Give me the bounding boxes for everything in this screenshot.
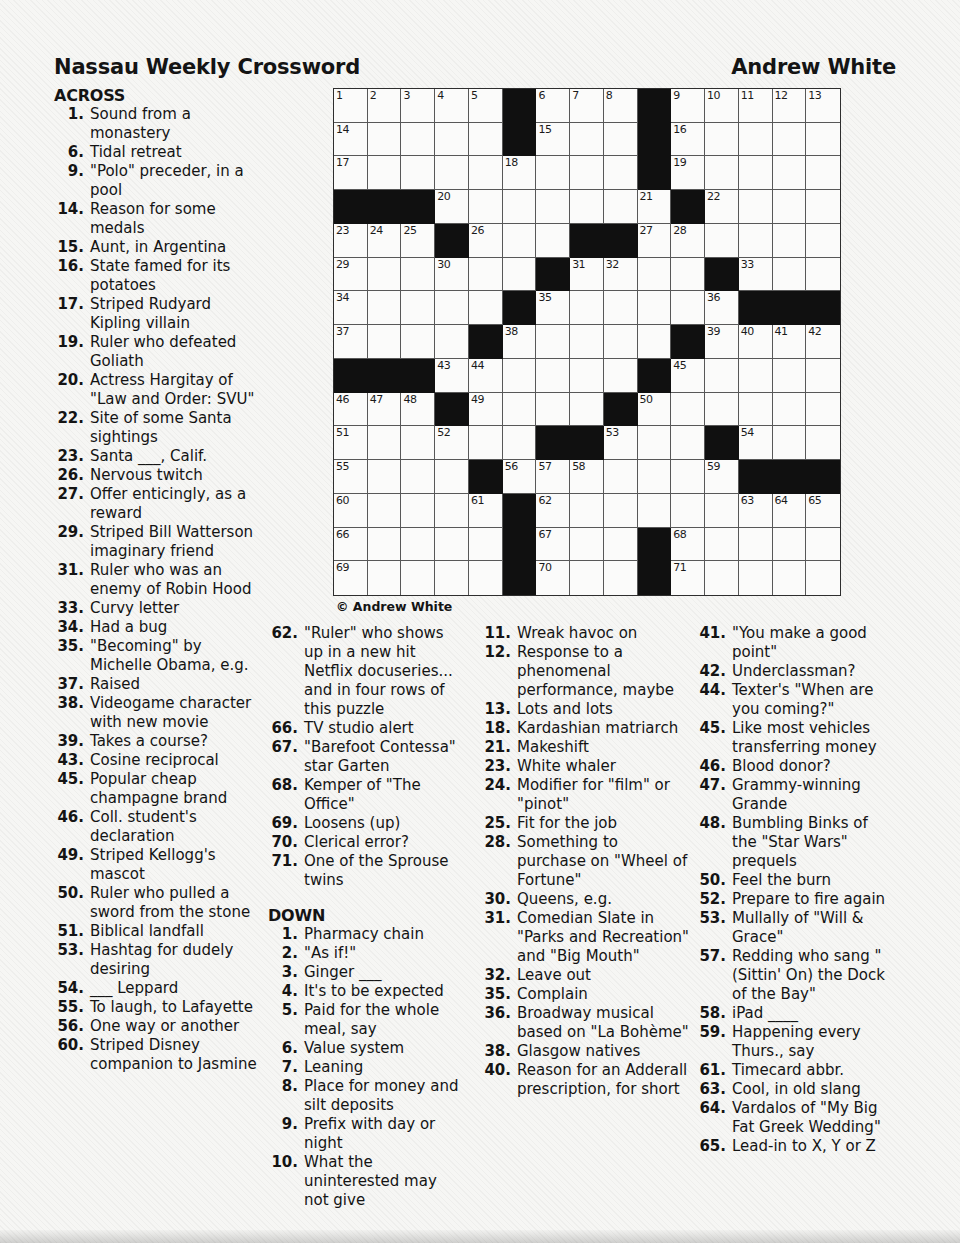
cell-number: 65 (808, 495, 821, 506)
grid-cell[interactable]: 69 (334, 561, 368, 595)
grid-cell[interactable] (739, 393, 773, 427)
grid-cell[interactable]: 52 (435, 426, 469, 460)
cell-number: 50 (640, 394, 653, 405)
clue-number: 38. (54, 694, 84, 732)
black-cell (705, 426, 739, 460)
grid-cell[interactable]: 35 (536, 291, 570, 325)
grid-cell[interactable] (806, 393, 840, 427)
grid-cell[interactable] (536, 393, 570, 427)
grid-cell[interactable]: 54 (739, 426, 773, 460)
black-cell (435, 393, 469, 427)
grid-cell[interactable]: 56 (503, 460, 537, 494)
cell-number: 47 (370, 394, 383, 405)
grid-cell[interactable]: 20 (435, 190, 469, 224)
grid-cell[interactable]: 24 (368, 224, 402, 258)
clue-number: 53. (696, 909, 726, 947)
clue-11: 11.Wreak havoc on (481, 624, 691, 643)
clue-text: Modifier for "film" or "pinot" (517, 776, 691, 814)
grid-cell[interactable] (739, 528, 773, 562)
grid-cell[interactable]: 45 (671, 359, 705, 393)
grid-cell[interactable] (671, 291, 705, 325)
clue-column-across: ACROSS 1.Sound from a monastery6.Tidal r… (54, 87, 262, 1074)
grid-cell[interactable] (570, 528, 604, 562)
clue-number: 36. (481, 1004, 511, 1042)
grid-cell[interactable] (739, 156, 773, 190)
cell-number: 4 (437, 90, 444, 101)
clue-text: Pharmacy chain (304, 925, 464, 944)
black-cell (435, 224, 469, 258)
grid-cell[interactable] (435, 460, 469, 494)
clue-text: Redding who sang "(Sittin' On) the Dock … (732, 947, 894, 1004)
grid-cell[interactable] (604, 190, 638, 224)
grid-cell[interactable]: 57 (536, 460, 570, 494)
grid-cell[interactable]: 13 (806, 89, 840, 123)
grid-cell[interactable] (638, 258, 672, 292)
grid-cell[interactable] (536, 190, 570, 224)
grid-cell[interactable] (806, 258, 840, 292)
grid-cell[interactable] (773, 528, 807, 562)
clue-number: 29. (54, 523, 84, 561)
grid-cell[interactable]: 11 (739, 89, 773, 123)
grid-cell[interactable] (638, 426, 672, 460)
cell-number: 13 (808, 90, 821, 101)
grid-cell[interactable] (368, 426, 402, 460)
clue-text: Texter's "When are you coming?" (732, 681, 894, 719)
clue-text: One of the Sprouse twins (304, 852, 464, 890)
grid-cell[interactable] (401, 258, 435, 292)
grid-cell[interactable] (401, 494, 435, 528)
clue-number: 6. (268, 1039, 298, 1058)
grid-cell[interactable] (401, 325, 435, 359)
grid-cell[interactable]: 31 (570, 258, 604, 292)
grid-cell[interactable] (469, 561, 503, 595)
grid-cell[interactable] (604, 291, 638, 325)
grid-cell[interactable] (503, 190, 537, 224)
grid-cell[interactable] (705, 561, 739, 595)
clue-57: 57.Redding who sang "(Sittin' On) the Do… (696, 947, 894, 1004)
clue-38: 38.Videogame character with new movie (54, 694, 262, 732)
grid-cell[interactable] (773, 224, 807, 258)
clue-number: 9. (268, 1115, 298, 1153)
grid-cell[interactable]: 9 (671, 89, 705, 123)
grid-cell[interactable]: 28 (671, 224, 705, 258)
grid-cell[interactable]: 39 (705, 325, 739, 359)
grid-cell[interactable] (570, 123, 604, 157)
grid-cell[interactable] (401, 528, 435, 562)
grid-cell[interactable] (806, 224, 840, 258)
grid-cell[interactable] (604, 494, 638, 528)
grid-cell[interactable] (469, 426, 503, 460)
clue-text: Clerical error? (304, 833, 464, 852)
grid-cell[interactable] (401, 561, 435, 595)
grid-cell[interactable] (773, 123, 807, 157)
grid-cell[interactable]: 3 (401, 89, 435, 123)
clue-number: 57. (696, 947, 726, 1004)
grid-cell[interactable] (368, 561, 402, 595)
cell-number: 67 (538, 529, 551, 540)
grid-cell[interactable] (806, 359, 840, 393)
clue-text: Value system (304, 1039, 464, 1058)
grid-cell[interactable] (705, 156, 739, 190)
clue-number: 67. (268, 738, 298, 776)
grid-cell[interactable]: 62 (536, 494, 570, 528)
grid-cell[interactable] (536, 156, 570, 190)
grid-cell[interactable] (570, 291, 604, 325)
grid-cell[interactable] (638, 494, 672, 528)
grid-cell[interactable]: 70 (536, 561, 570, 595)
grid-cell[interactable]: 22 (705, 190, 739, 224)
clue-number: 45. (696, 719, 726, 757)
grid-cell[interactable] (401, 156, 435, 190)
grid-cell[interactable] (739, 359, 773, 393)
crossword-grid: 1234567891011121314151617181920212223242… (333, 88, 841, 596)
grid-cell[interactable]: 8 (604, 89, 638, 123)
clue-32: 32.Leave out (481, 966, 691, 985)
grid-cell[interactable] (469, 156, 503, 190)
clue-number: 64. (696, 1099, 726, 1137)
clue-46: 46.Coll. student's declaration (54, 808, 262, 846)
clue-number: 6. (54, 143, 84, 162)
clue-text: Fit for the job (517, 814, 691, 833)
grid-cell[interactable] (773, 426, 807, 460)
clue-47: 47.Grammy-winning Grande (696, 776, 894, 814)
clue-1: 1.Pharmacy chain (268, 925, 464, 944)
grid-cell[interactable] (503, 393, 537, 427)
grid-cell[interactable]: 46 (334, 393, 368, 427)
grid-cell[interactable]: 14 (334, 123, 368, 157)
clue-65: 65.Lead-in to X, Y or Z (696, 1137, 894, 1156)
grid-cell[interactable]: 65 (806, 494, 840, 528)
grid-cell[interactable]: 55 (334, 460, 368, 494)
grid-cell[interactable] (739, 190, 773, 224)
down-clues-2: 11.Wreak havoc on12.Response to a phenom… (481, 624, 691, 1099)
grid-cell[interactable]: 64 (773, 494, 807, 528)
grid-cell[interactable]: 49 (469, 393, 503, 427)
clue-13: 13.Lots and lots (481, 700, 691, 719)
grid-cell[interactable]: 43 (435, 359, 469, 393)
grid-cell[interactable] (435, 123, 469, 157)
grid-cell[interactable]: 29 (334, 258, 368, 292)
clue-number: 24. (481, 776, 511, 814)
grid-cell[interactable]: 15 (536, 123, 570, 157)
grid-cell[interactable] (368, 494, 402, 528)
grid-cell[interactable] (773, 190, 807, 224)
grid-cell[interactable]: 25 (401, 224, 435, 258)
clue-6: 6.Value system (268, 1039, 464, 1058)
grid-cell[interactable]: 68 (671, 528, 705, 562)
grid-cell[interactable] (806, 190, 840, 224)
cell-number: 9 (673, 90, 680, 101)
cell-number: 34 (336, 292, 349, 303)
black-cell (671, 190, 705, 224)
clue-9: 9."Polo" preceder, in a pool (54, 162, 262, 200)
grid-cell[interactable] (435, 325, 469, 359)
author-name: Andrew White (731, 55, 896, 79)
grid-cell[interactable] (806, 528, 840, 562)
grid-cell[interactable]: 34 (334, 291, 368, 325)
grid-cell[interactable]: 50 (638, 393, 672, 427)
grid-cell[interactable]: 23 (334, 224, 368, 258)
grid-cell[interactable] (503, 258, 537, 292)
clue-31: 31.Comedian Slate in "Parks and Recreati… (481, 909, 691, 966)
grid-cell[interactable] (368, 325, 402, 359)
clue-56: 56.One way or another (54, 1017, 262, 1036)
cell-number: 37 (336, 326, 349, 337)
grid-cell[interactable]: 12 (773, 89, 807, 123)
clue-number: 46. (696, 757, 726, 776)
clue-55: 55.To laugh, to Lafayette (54, 998, 262, 1017)
grid-cell[interactable]: 44 (469, 359, 503, 393)
grid-cell[interactable]: 47 (368, 393, 402, 427)
grid-cell[interactable] (739, 224, 773, 258)
grid-cell[interactable] (401, 123, 435, 157)
grid-cell[interactable] (806, 123, 840, 157)
grid-cell[interactable] (671, 426, 705, 460)
grid-cell[interactable] (401, 460, 435, 494)
grid-cell[interactable]: 48 (401, 393, 435, 427)
clue-text: Ruler who defeated Goliath (90, 333, 262, 371)
clue-text: Reason for an Adderall prescription, for… (517, 1061, 691, 1099)
clue-19: 19.Ruler who defeated Goliath (54, 333, 262, 371)
grid-cell[interactable] (536, 359, 570, 393)
grid-cell[interactable] (604, 325, 638, 359)
clue-number: 8. (268, 1077, 298, 1115)
grid-cell[interactable]: 4 (435, 89, 469, 123)
grid-cell[interactable]: 61 (469, 494, 503, 528)
cell-number: 62 (538, 495, 551, 506)
black-cell (773, 291, 807, 325)
grid-cell[interactable] (671, 460, 705, 494)
black-cell (368, 359, 402, 393)
grid-cell[interactable] (435, 494, 469, 528)
clue-31: 31.Ruler who was an enemy of Robin Hood (54, 561, 262, 599)
grid-cell[interactable] (638, 325, 672, 359)
clue-text: Something to purchase on "Wheel of Fortu… (517, 833, 691, 890)
grid-cell[interactable] (435, 528, 469, 562)
grid-cell[interactable]: 53 (604, 426, 638, 460)
clue-17: 17.Striped Rudyard Kipling villain (54, 295, 262, 333)
grid-cell[interactable] (368, 123, 402, 157)
grid-cell[interactable]: 67 (536, 528, 570, 562)
grid-cell[interactable]: 36 (705, 291, 739, 325)
grid-cell[interactable] (570, 393, 604, 427)
clue-text: Striped Disney companion to Jasmine (90, 1036, 262, 1074)
grid-cell[interactable] (368, 258, 402, 292)
grid-cell[interactable] (570, 156, 604, 190)
grid-cell[interactable]: 60 (334, 494, 368, 528)
grid-cell[interactable]: 63 (739, 494, 773, 528)
grid-cell[interactable] (773, 561, 807, 595)
grid-cell[interactable]: 1 (334, 89, 368, 123)
grid-cell[interactable] (604, 460, 638, 494)
clue-text: Popular cheap champagne brand (90, 770, 262, 808)
clue-text: Response to a phenomenal performance, ma… (517, 643, 691, 700)
grid-cell[interactable]: 27 (638, 224, 672, 258)
grid-cell[interactable]: 6 (536, 89, 570, 123)
grid-cell[interactable] (435, 561, 469, 595)
clue-48: 48.Bumbling Binks of the "Star Wars" pre… (696, 814, 894, 871)
grid-cell[interactable] (806, 426, 840, 460)
grid-cell[interactable] (773, 393, 807, 427)
grid-cell[interactable]: 10 (705, 89, 739, 123)
clue-text: Mullally of "Will & Grace" (732, 909, 894, 947)
cell-number: 31 (572, 259, 585, 270)
black-cell (469, 325, 503, 359)
grid-cell[interactable]: 40 (739, 325, 773, 359)
cell-number: 8 (606, 90, 613, 101)
grid-cell[interactable] (638, 460, 672, 494)
clue-23: 23.White whaler (481, 757, 691, 776)
clue-number: 38. (481, 1042, 511, 1061)
clue-text: Happening every Thurs., say (732, 1023, 894, 1061)
clue-number: 3. (268, 963, 298, 982)
cell-number: 5 (471, 90, 478, 101)
grid-cell[interactable]: 38 (503, 325, 537, 359)
grid-cell[interactable] (368, 291, 402, 325)
grid-cell[interactable]: 30 (435, 258, 469, 292)
grid-cell[interactable]: 2 (368, 89, 402, 123)
clue-39: 39.Takes a course? (54, 732, 262, 751)
clue-69: 69.Loosens (up) (268, 814, 464, 833)
grid-cell[interactable] (469, 190, 503, 224)
grid-cell[interactable]: 17 (334, 156, 368, 190)
grid-cell[interactable] (503, 359, 537, 393)
clue-9: 9.Prefix with day or night (268, 1115, 464, 1153)
grid-cell[interactable] (671, 393, 705, 427)
grid-cell[interactable] (604, 123, 638, 157)
grid-cell[interactable] (469, 528, 503, 562)
grid-cell[interactable] (705, 224, 739, 258)
grid-cell[interactable] (773, 156, 807, 190)
grid-cell[interactable]: 42 (806, 325, 840, 359)
clue-15: 15.Aunt, in Argentina (54, 238, 262, 257)
clue-1: 1.Sound from a monastery (54, 105, 262, 143)
grid-cell[interactable] (536, 224, 570, 258)
grid-cell[interactable] (435, 291, 469, 325)
black-cell (638, 123, 672, 157)
grid-cell[interactable]: 32 (604, 258, 638, 292)
grid-cell[interactable] (368, 460, 402, 494)
clue-text: Broadway musical based on "La Bohème" (517, 1004, 691, 1042)
grid-cell[interactable] (469, 291, 503, 325)
clue-text: Aunt, in Argentina (90, 238, 262, 257)
clue-text: Cool, in old slang (732, 1080, 894, 1099)
clue-text: "You make a good point" (732, 624, 894, 662)
clue-text: "Polo" preceder, in a pool (90, 162, 262, 200)
grid-cell[interactable]: 58 (570, 460, 604, 494)
grid-cell[interactable] (469, 123, 503, 157)
grid-cell[interactable]: 19 (671, 156, 705, 190)
clue-text: Complain (517, 985, 691, 1004)
grid-cell[interactable] (638, 291, 672, 325)
grid-cell[interactable]: 7 (570, 89, 604, 123)
clue-38: 38.Glasgow natives (481, 1042, 691, 1061)
grid-cell[interactable]: 18 (503, 156, 537, 190)
grid-cell[interactable] (806, 156, 840, 190)
grid-cell[interactable]: 41 (773, 325, 807, 359)
black-cell (773, 460, 807, 494)
grid-cell[interactable]: 37 (334, 325, 368, 359)
grid-cell[interactable]: 16 (671, 123, 705, 157)
grid-cell[interactable] (806, 561, 840, 595)
clue-67: 67."Barefoot Contessa" star Garten (268, 738, 464, 776)
grid-cell[interactable] (739, 561, 773, 595)
clue-49: 49.Striped Kellogg's mascot (54, 846, 262, 884)
cell-number: 52 (437, 427, 450, 438)
grid-cell[interactable]: 21 (638, 190, 672, 224)
grid-cell[interactable] (671, 494, 705, 528)
clue-text: Ruler who pulled a sword from the stone (90, 884, 262, 922)
grid-cell[interactable] (570, 190, 604, 224)
grid-cell[interactable] (570, 494, 604, 528)
clue-number: 51. (54, 922, 84, 941)
clue-number: 39. (54, 732, 84, 751)
clue-text: Santa ___, Calif. (90, 447, 262, 466)
grid-cell[interactable]: 71 (671, 561, 705, 595)
black-cell (806, 291, 840, 325)
clue-text: Had a bug (90, 618, 262, 637)
grid-cell[interactable] (604, 528, 638, 562)
grid-cell[interactable]: 59 (705, 460, 739, 494)
grid-cell[interactable]: 33 (739, 258, 773, 292)
grid-cell[interactable] (705, 494, 739, 528)
grid-cell[interactable] (570, 325, 604, 359)
grid-cell[interactable] (604, 561, 638, 595)
clue-text: Offer enticingly, as a reward (90, 485, 262, 523)
grid-cell[interactable] (503, 224, 537, 258)
grid-cell[interactable]: 5 (469, 89, 503, 123)
grid-cell[interactable] (368, 528, 402, 562)
grid-cell[interactable] (705, 393, 739, 427)
grid-cell[interactable] (705, 359, 739, 393)
grid-cell[interactable] (773, 258, 807, 292)
grid-cell[interactable] (401, 291, 435, 325)
black-cell (638, 359, 672, 393)
grid-cell[interactable] (469, 258, 503, 292)
clue-number: 31. (481, 909, 511, 966)
grid-cell[interactable] (739, 123, 773, 157)
clue-number: 58. (696, 1004, 726, 1023)
grid-cell[interactable] (570, 561, 604, 595)
black-cell (671, 325, 705, 359)
clue-62: 62."Ruler" who shows up in a new hit Net… (268, 624, 464, 719)
grid-cell[interactable] (536, 325, 570, 359)
grid-cell[interactable] (705, 528, 739, 562)
clue-53: 53.Hashtag for dudely desiring (54, 941, 262, 979)
grid-cell[interactable] (368, 156, 402, 190)
cell-number: 38 (505, 326, 518, 337)
grid-cell[interactable] (604, 359, 638, 393)
grid-cell[interactable]: 66 (334, 528, 368, 562)
grid-cell[interactable] (705, 123, 739, 157)
clue-number: 62. (268, 624, 298, 719)
clue-number: 16. (54, 257, 84, 295)
grid-cell[interactable]: 26 (469, 224, 503, 258)
grid-cell[interactable] (435, 156, 469, 190)
grid-cell[interactable] (570, 359, 604, 393)
clue-number: 61. (696, 1061, 726, 1080)
grid-cell[interactable] (671, 258, 705, 292)
cell-number: 16 (673, 124, 686, 135)
clue-number: 31. (54, 561, 84, 599)
grid-cell[interactable] (773, 359, 807, 393)
grid-cell[interactable]: 51 (334, 426, 368, 460)
grid-cell[interactable] (401, 426, 435, 460)
copyright: © Andrew White (336, 599, 452, 614)
grid-cell[interactable] (604, 156, 638, 190)
clue-number: 53. (54, 941, 84, 979)
grid-cell[interactable] (503, 426, 537, 460)
